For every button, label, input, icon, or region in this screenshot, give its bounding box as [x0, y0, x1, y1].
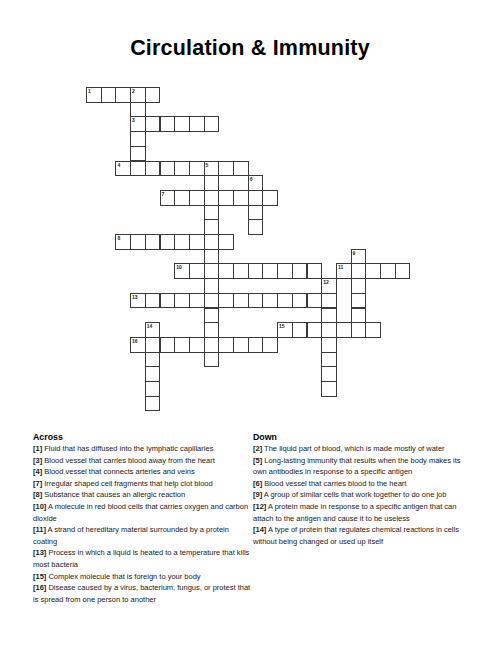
grid-cell	[204, 249, 220, 265]
clue-number: 16	[132, 338, 138, 344]
clue-number: 7	[162, 191, 165, 197]
clue-number: 2	[132, 88, 135, 94]
grid-cell	[204, 263, 220, 279]
clue-number: 10	[176, 264, 182, 270]
grid-cell: 1	[86, 87, 102, 103]
clue: [15] Complex molecule that is foreign to…	[33, 571, 253, 583]
clue-number: 14	[147, 323, 153, 329]
clue: [6] Blood vessel that carries blood to t…	[253, 478, 461, 490]
clue-number: 1	[88, 88, 91, 94]
grid-cell	[233, 337, 249, 353]
grid-cell	[189, 190, 205, 206]
grid-cell	[277, 293, 293, 309]
grid-cell	[174, 293, 190, 309]
clue: [2] The liquid part of blood, which is m…	[253, 443, 461, 455]
clue-num-label: [3]	[33, 456, 42, 465]
down-clue-list: [2] The liquid part of blood, which is m…	[253, 443, 461, 547]
grid-cell: 3	[130, 116, 146, 132]
grid-cell	[160, 234, 176, 250]
clue-num-label: [12]	[253, 502, 266, 511]
grid-cell: 10	[174, 263, 190, 279]
grid-cell	[321, 366, 337, 382]
grid-cell	[189, 263, 205, 279]
across-clue-list: [1] Fluid that has diffused into the lym…	[33, 443, 253, 605]
clue-num-label: [6]	[253, 479, 262, 488]
grid-cell: 8	[115, 234, 131, 250]
grid-cell	[351, 263, 367, 279]
across-heading: Across	[33, 431, 253, 443]
clue: [13] Process in which a liquid is heated…	[33, 547, 253, 570]
grid-cell	[145, 366, 161, 382]
grid-cell	[321, 381, 337, 397]
crossword-grid: 12345678910111213141516	[86, 87, 410, 411]
grid-cell	[248, 337, 264, 353]
grid-cell	[204, 116, 220, 132]
grid-cell	[262, 190, 278, 206]
grid-cell	[189, 337, 205, 353]
clue: [4] Blood vessel that connects arteries …	[33, 466, 253, 478]
grid-cell	[189, 293, 205, 309]
grid-cell	[145, 352, 161, 368]
clue: [12] A protein made in response to a spe…	[253, 501, 461, 524]
grid-cell	[204, 234, 220, 250]
clue-num-label: [13]	[33, 548, 46, 557]
grid-cell	[130, 146, 146, 162]
grid-cell	[204, 219, 220, 235]
grid-cell	[174, 116, 190, 132]
grid-cell	[262, 293, 278, 309]
clue: [7] Irregular shaped cell fragments that…	[33, 478, 253, 490]
clue-num-label: [9]	[253, 490, 262, 499]
grid-cell: 7	[160, 190, 176, 206]
grid-cell	[204, 293, 220, 309]
grid-cell: 16	[130, 337, 146, 353]
grid-cell	[204, 352, 220, 368]
grid-cell	[218, 293, 234, 309]
clue-num-label: [15]	[33, 572, 46, 581]
grid-cell: 12	[321, 278, 337, 294]
grid-cell	[145, 234, 161, 250]
grid-cell	[174, 337, 190, 353]
grid-cell	[130, 161, 146, 177]
grid-cell	[321, 293, 337, 309]
grid-cell	[204, 205, 220, 221]
grid-cell	[336, 322, 352, 338]
grid-cell	[218, 263, 234, 279]
grid-cell	[248, 219, 264, 235]
clue-number: 12	[323, 279, 329, 285]
grid-cell	[365, 322, 381, 338]
grid-cell	[233, 293, 249, 309]
grid-cell	[160, 337, 176, 353]
grid-cell	[218, 161, 234, 177]
grid-cell: 11	[336, 263, 352, 279]
grid-cell	[248, 263, 264, 279]
grid-cell	[351, 293, 367, 309]
grid-cell	[292, 322, 308, 338]
grid-cell	[174, 161, 190, 177]
grid-cell	[204, 322, 220, 338]
grid-cell	[248, 205, 264, 221]
clue: [8] Substance that causes an allergic re…	[33, 489, 253, 501]
grid-cell	[262, 263, 278, 279]
grid-cell	[307, 293, 323, 309]
grid-cell	[160, 293, 176, 309]
clue-num-label: [1]	[33, 444, 42, 453]
grid-cell	[351, 322, 367, 338]
clue-number: 9	[353, 250, 356, 256]
clue: [1] Fluid that has diffused into the lym…	[33, 443, 253, 455]
grid-cell	[160, 161, 176, 177]
clue-number: 6	[250, 176, 253, 182]
grid-cell	[321, 322, 337, 338]
grid-cell	[380, 263, 396, 279]
clue: [11] A strand of hereditary material sur…	[33, 524, 253, 547]
grid-cell	[189, 116, 205, 132]
grid-cell	[321, 337, 337, 353]
grid-cell: 2	[130, 87, 146, 103]
clue-number: 11	[338, 264, 343, 270]
grid-cell	[307, 322, 323, 338]
clue: [10] A molecule in red blood cells that …	[33, 501, 253, 524]
clue-num-label: [4]	[33, 467, 42, 476]
clue-num-label: [10]	[33, 502, 46, 511]
grid-cell	[204, 308, 220, 324]
clue-number: 3	[132, 117, 135, 123]
grid-cell: 6	[248, 175, 264, 191]
across-clues-section: Across [1] Fluid that has diffused into …	[33, 431, 253, 605]
clue-num-label: [2]	[253, 444, 262, 453]
grid-cell	[145, 161, 161, 177]
grid-cell	[248, 293, 264, 309]
grid-cell	[307, 263, 323, 279]
down-clues-section: Down [2] The liquid part of blood, which…	[253, 431, 461, 547]
clue: [16] Disease caused by a virus, bacteriu…	[33, 582, 253, 605]
grid-cell	[115, 87, 131, 103]
grid-cell	[292, 263, 308, 279]
grid-cell: 4	[115, 161, 131, 177]
grid-cell	[277, 263, 293, 279]
grid-cell	[130, 102, 146, 118]
grid-cell	[233, 263, 249, 279]
clue: [5] Long-lasting immunity that results w…	[253, 455, 461, 478]
grid-cell	[218, 234, 234, 250]
grid-cell	[145, 116, 161, 132]
worksheet-page: Circulation & Immunity 12345678910111213…	[0, 0, 500, 647]
clue-num-label: [5]	[253, 456, 262, 465]
grid-cell: 15	[277, 322, 293, 338]
clue: [9] A group of similar cells that work t…	[253, 489, 461, 501]
clue-num-label: [11]	[33, 525, 46, 534]
clue: [14] A type of protein that regulates ch…	[253, 524, 461, 547]
grid-cell	[321, 308, 337, 324]
grid-cell	[174, 234, 190, 250]
clue-number: 13	[132, 294, 138, 300]
grid-cell: 9	[351, 249, 367, 265]
puzzle-title: Circulation & Immunity	[0, 36, 500, 61]
grid-cell	[233, 190, 249, 206]
grid-cell	[145, 396, 161, 412]
down-heading: Down	[253, 431, 461, 443]
grid-cell	[189, 161, 205, 177]
clue-num-label: [7]	[33, 479, 42, 488]
grid-cell	[292, 293, 308, 309]
grid-cell: 13	[130, 293, 146, 309]
clue-number: 8	[117, 235, 120, 241]
grid-cell	[321, 352, 337, 368]
grid-cell	[351, 278, 367, 294]
grid-cell: 5	[204, 161, 220, 177]
grid-cell: 14	[145, 322, 161, 338]
grid-cell	[174, 190, 190, 206]
grid-cell	[218, 337, 234, 353]
grid-cell	[262, 337, 278, 353]
grid-cell	[145, 293, 161, 309]
grid-cell	[145, 87, 161, 103]
grid-cell	[204, 337, 220, 353]
clue-num-label: [8]	[33, 490, 42, 499]
grid-cell	[204, 190, 220, 206]
clue-num-label: [16]	[33, 583, 46, 592]
grid-cell	[204, 175, 220, 191]
grid-cell	[101, 87, 117, 103]
grid-cell	[218, 190, 234, 206]
grid-cell	[189, 234, 205, 250]
clue-number: 15	[279, 323, 285, 329]
grid-cell	[365, 263, 381, 279]
grid-cell	[395, 263, 411, 279]
grid-cell	[248, 190, 264, 206]
grid-cell	[130, 131, 146, 147]
clue-number: 5	[206, 162, 209, 168]
grid-cell	[160, 116, 176, 132]
grid-cell	[204, 278, 220, 294]
clue: [3] Blood vessel that carries blood away…	[33, 455, 253, 467]
clue-number: 4	[117, 162, 120, 168]
grid-cell	[130, 234, 146, 250]
clue-num-label: [14]	[253, 525, 266, 534]
grid-cell	[145, 381, 161, 397]
grid-cell	[233, 161, 249, 177]
grid-cell	[351, 308, 367, 324]
grid-cell	[145, 337, 161, 353]
